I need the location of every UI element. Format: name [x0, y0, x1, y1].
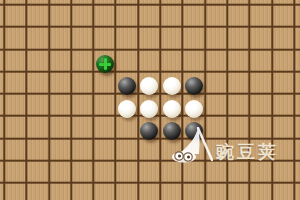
white-stone: [118, 100, 136, 118]
green-cross-stone: [96, 55, 114, 73]
black-stone: [140, 122, 158, 140]
white-stone: [140, 100, 158, 118]
black-stone: [118, 77, 136, 95]
black-stone: [185, 77, 203, 95]
white-stone: [140, 77, 158, 95]
game-screen: 豌豆荚: [0, 0, 300, 200]
white-stone: [163, 77, 181, 95]
plus-icon: [99, 58, 111, 70]
board[interactable]: [0, 0, 300, 200]
white-stone: [163, 100, 181, 118]
wandoujia-logo-icon: [171, 127, 213, 163]
watermark-text: 豌豆荚: [216, 143, 279, 163]
white-stone: [185, 100, 203, 118]
watermark: 豌豆荚: [171, 127, 279, 163]
